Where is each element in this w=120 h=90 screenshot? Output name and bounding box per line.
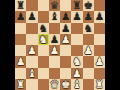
square-c8[interactable]: [38, 0, 49, 11]
square-b4[interactable]: ♟: [26, 45, 37, 56]
square-e2[interactable]: [60, 68, 71, 79]
square-a5[interactable]: [15, 34, 26, 45]
square-f3[interactable]: ♞: [71, 56, 82, 67]
square-f7[interactable]: ♟: [71, 11, 82, 22]
white-queen-d1[interactable]: ♛: [50, 79, 59, 90]
square-d4[interactable]: ♟: [49, 45, 60, 56]
square-c3[interactable]: [38, 56, 49, 67]
black-pawn-d5[interactable]: ♟: [50, 34, 59, 45]
square-d6[interactable]: [49, 23, 60, 34]
square-b3[interactable]: [26, 56, 37, 67]
square-a2[interactable]: [15, 68, 26, 79]
square-e7[interactable]: ♟: [60, 11, 71, 22]
black-pawn-h7[interactable]: ♟: [95, 11, 104, 22]
square-e3[interactable]: [60, 56, 71, 67]
white-knight-f3[interactable]: ♞: [72, 56, 81, 67]
black-pawn-e7[interactable]: ♟: [61, 11, 70, 22]
white-pawn-d4[interactable]: ♟: [50, 45, 59, 56]
black-knight-c6[interactable]: ♞: [38, 23, 47, 34]
square-c1[interactable]: [38, 79, 49, 90]
black-pawn-a7[interactable]: ♟: [16, 11, 25, 22]
square-g8[interactable]: ♚: [83, 0, 94, 11]
black-knight-g6[interactable]: ♞: [83, 23, 92, 34]
white-pawn-a3[interactable]: ♟: [16, 56, 25, 67]
square-g7[interactable]: ♟: [83, 11, 94, 22]
black-queen-d8[interactable]: ♛: [50, 0, 59, 11]
square-d1[interactable]: ♛: [49, 79, 60, 90]
square-c7[interactable]: [38, 11, 49, 22]
white-pawn-e5[interactable]: ♟: [61, 34, 70, 45]
square-d2[interactable]: [49, 68, 60, 79]
white-knight-c5[interactable]: ♞: [38, 34, 47, 45]
square-f1[interactable]: ♝: [71, 79, 82, 90]
square-g3[interactable]: [83, 56, 94, 67]
black-rook-f8[interactable]: ♜: [72, 0, 81, 11]
black-bishop-d7[interactable]: ♝: [50, 11, 59, 22]
square-d5[interactable]: ♟: [49, 34, 60, 45]
square-a7[interactable]: ♟: [15, 11, 26, 22]
square-d3[interactable]: [49, 56, 60, 67]
square-e1[interactable]: ♚: [60, 79, 71, 90]
white-rook-h1[interactable]: ♜: [95, 79, 104, 90]
square-e5[interactable]: ♟: [60, 34, 71, 45]
square-b7[interactable]: ♟: [26, 11, 37, 22]
square-h8[interactable]: [94, 0, 105, 11]
chess-board[interactable]: ♜♛♜♚♟♟♝♟♟♟♟♞♟♞♞♟♟♟♟♟♟♞♟♝♟♜♛♚♝♜: [15, 0, 105, 90]
square-f4[interactable]: [71, 45, 82, 56]
square-b6[interactable]: [26, 23, 37, 34]
white-pawn-f2[interactable]: ♟: [72, 68, 81, 79]
square-f2[interactable]: ♟: [71, 68, 82, 79]
square-h6[interactable]: [94, 23, 105, 34]
square-h7[interactable]: ♟: [94, 11, 105, 22]
square-h4[interactable]: [94, 45, 105, 56]
square-c5[interactable]: ♞: [38, 34, 49, 45]
square-f5[interactable]: [71, 34, 82, 45]
square-g5[interactable]: [83, 34, 94, 45]
square-c4[interactable]: [38, 45, 49, 56]
square-h5[interactable]: [94, 34, 105, 45]
square-h1[interactable]: ♜: [94, 79, 105, 90]
square-a4[interactable]: [15, 45, 26, 56]
square-h3[interactable]: ♟: [94, 56, 105, 67]
black-pawn-e6[interactable]: ♟: [61, 23, 70, 34]
white-pawn-h3[interactable]: ♟: [95, 56, 104, 67]
black-pawn-g7[interactable]: ♟: [83, 11, 92, 22]
square-a3[interactable]: ♟: [15, 56, 26, 67]
square-g2[interactable]: [83, 68, 94, 79]
square-d8[interactable]: ♛: [49, 0, 60, 11]
square-h2[interactable]: [94, 68, 105, 79]
square-f6[interactable]: [71, 23, 82, 34]
black-king-g8[interactable]: ♚: [83, 0, 92, 11]
letterbox-left: [0, 0, 15, 90]
black-pawn-f7[interactable]: ♟: [72, 11, 81, 22]
white-pawn-b4[interactable]: ♟: [27, 45, 36, 56]
square-b8[interactable]: [26, 0, 37, 11]
white-pawn-g4[interactable]: ♟: [83, 45, 92, 56]
square-a6[interactable]: [15, 23, 26, 34]
square-e4[interactable]: [60, 45, 71, 56]
white-rook-a1[interactable]: ♜: [16, 79, 25, 90]
white-king-e1[interactable]: ♚: [61, 79, 70, 90]
screenshot-canvas: ♜♛♜♚♟♟♝♟♟♟♟♞♟♞♞♟♟♟♟♟♟♞♟♝♟♜♛♚♝♜: [0, 0, 120, 90]
square-a1[interactable]: ♜: [15, 79, 26, 90]
black-pawn-b7[interactable]: ♟: [27, 11, 36, 22]
black-rook-a8[interactable]: ♜: [16, 0, 25, 11]
letterbox-right: [105, 0, 120, 90]
square-b5[interactable]: [26, 34, 37, 45]
square-e6[interactable]: ♟: [60, 23, 71, 34]
square-g4[interactable]: ♟: [83, 45, 94, 56]
square-a8[interactable]: ♜: [15, 0, 26, 11]
square-e8[interactable]: [60, 0, 71, 11]
square-b2[interactable]: ♝: [26, 68, 37, 79]
square-b1[interactable]: [26, 79, 37, 90]
square-c2[interactable]: [38, 68, 49, 79]
white-bishop-f1[interactable]: ♝: [72, 79, 81, 90]
square-d7[interactable]: ♝: [49, 11, 60, 22]
white-bishop-b2[interactable]: ♝: [27, 68, 36, 79]
square-g1[interactable]: [83, 79, 94, 90]
square-f8[interactable]: ♜: [71, 0, 82, 11]
square-c6[interactable]: ♞: [38, 23, 49, 34]
square-g6[interactable]: ♞: [83, 23, 94, 34]
